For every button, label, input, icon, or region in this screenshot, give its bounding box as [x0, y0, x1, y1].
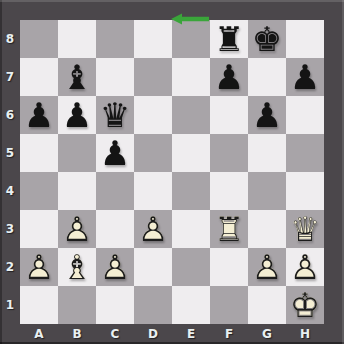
- black-queen-glyph: ♛: [96, 96, 134, 134]
- white-pawn-outline-glyph: ♙: [96, 248, 134, 286]
- square-d5[interactable]: [134, 134, 172, 172]
- piece-white-bishop[interactable]: ♝♗: [58, 248, 96, 286]
- white-king-outline-glyph: ♔: [286, 286, 324, 324]
- rank-label-4: 4: [0, 172, 20, 210]
- square-c4[interactable]: [96, 172, 134, 210]
- piece-white-pawn[interactable]: ♟♙: [20, 248, 58, 286]
- square-b6[interactable]: ♟: [58, 96, 96, 134]
- rank-label-1: 1: [0, 286, 20, 324]
- white-pawn-outline-glyph: ♙: [58, 210, 96, 248]
- square-d3[interactable]: ♟♙: [134, 210, 172, 248]
- square-b1[interactable]: [58, 286, 96, 324]
- square-d4[interactable]: [134, 172, 172, 210]
- white-pawn-outline-glyph: ♙: [248, 248, 286, 286]
- square-f6[interactable]: [210, 96, 248, 134]
- rank-label-8: 8: [0, 20, 20, 58]
- square-e8[interactable]: [172, 20, 210, 58]
- piece-black-rook[interactable]: ♜: [210, 20, 248, 58]
- square-g3[interactable]: [248, 210, 286, 248]
- piece-black-pawn[interactable]: ♟: [20, 96, 58, 134]
- black-pawn-glyph: ♟: [20, 96, 58, 134]
- black-pawn-glyph: ♟: [210, 58, 248, 96]
- square-h6[interactable]: [286, 96, 324, 134]
- white-rook-outline-glyph: ♖: [210, 210, 248, 248]
- square-b8[interactable]: [58, 20, 96, 58]
- black-rook-glyph: ♜: [210, 20, 248, 58]
- square-a7[interactable]: [20, 58, 58, 96]
- white-pawn-outline-glyph: ♙: [286, 248, 324, 286]
- file-label-f: F: [210, 324, 248, 344]
- piece-white-pawn[interactable]: ♟♙: [286, 248, 324, 286]
- square-g6[interactable]: ♟: [248, 96, 286, 134]
- piece-black-pawn[interactable]: ♟: [286, 58, 324, 96]
- piece-white-rook[interactable]: ♜♖: [210, 210, 248, 248]
- square-g5[interactable]: [248, 134, 286, 172]
- square-e4[interactable]: [172, 172, 210, 210]
- square-g4[interactable]: [248, 172, 286, 210]
- square-f2[interactable]: [210, 248, 248, 286]
- square-g2[interactable]: ♟♙: [248, 248, 286, 286]
- square-a1[interactable]: [20, 286, 58, 324]
- square-g7[interactable]: [248, 58, 286, 96]
- square-f4[interactable]: [210, 172, 248, 210]
- rank-label-6: 6: [0, 96, 20, 134]
- square-a4[interactable]: [20, 172, 58, 210]
- square-h4[interactable]: [286, 172, 324, 210]
- square-d2[interactable]: [134, 248, 172, 286]
- square-c6[interactable]: ♛: [96, 96, 134, 134]
- piece-white-pawn[interactable]: ♟♙: [96, 248, 134, 286]
- square-c5[interactable]: ♟: [96, 134, 134, 172]
- file-label-d: D: [134, 324, 172, 344]
- square-d8[interactable]: [134, 20, 172, 58]
- square-e2[interactable]: [172, 248, 210, 286]
- piece-black-pawn[interactable]: ♟: [248, 96, 286, 134]
- piece-white-pawn[interactable]: ♟♙: [134, 210, 172, 248]
- square-f5[interactable]: [210, 134, 248, 172]
- file-label-g: G: [248, 324, 286, 344]
- white-queen-outline-glyph: ♕: [286, 210, 324, 248]
- square-b2[interactable]: ♝♗: [58, 248, 96, 286]
- white-pawn-outline-glyph: ♙: [134, 210, 172, 248]
- square-b7[interactable]: ♝: [58, 58, 96, 96]
- white-bishop-outline-glyph: ♗: [58, 248, 96, 286]
- square-e1[interactable]: [172, 286, 210, 324]
- piece-white-pawn[interactable]: ♟♙: [58, 210, 96, 248]
- square-e7[interactable]: [172, 58, 210, 96]
- rank-label-5: 5: [0, 134, 20, 172]
- square-f1[interactable]: [210, 286, 248, 324]
- square-c2[interactable]: ♟♙: [96, 248, 134, 286]
- square-h2[interactable]: ♟♙: [286, 248, 324, 286]
- square-g1[interactable]: [248, 286, 286, 324]
- square-f3[interactable]: ♜♖: [210, 210, 248, 248]
- square-h1[interactable]: ♚♔: [286, 286, 324, 324]
- square-c1[interactable]: [96, 286, 134, 324]
- square-c7[interactable]: [96, 58, 134, 96]
- file-label-h: H: [286, 324, 324, 344]
- rank-label-7: 7: [0, 58, 20, 96]
- square-c3[interactable]: [96, 210, 134, 248]
- square-a2[interactable]: ♟♙: [20, 248, 58, 286]
- black-pawn-glyph: ♟: [248, 96, 286, 134]
- square-d7[interactable]: [134, 58, 172, 96]
- square-e6[interactable]: [172, 96, 210, 134]
- rank-label-3: 3: [0, 210, 20, 248]
- file-label-e: E: [172, 324, 210, 344]
- square-e5[interactable]: [172, 134, 210, 172]
- piece-black-pawn[interactable]: ♟: [96, 134, 134, 172]
- square-c8[interactable]: [96, 20, 134, 58]
- chess-board: ♜♚♝♟♟♟♟♛♟♟♟♙♟♙♜♖♛♕♟♙♝♗♟♙♟♙♟♙♚♔: [20, 20, 324, 324]
- square-h8[interactable]: [286, 20, 324, 58]
- square-f7[interactable]: ♟: [210, 58, 248, 96]
- piece-black-pawn[interactable]: ♟: [58, 96, 96, 134]
- square-h3[interactable]: ♛♕: [286, 210, 324, 248]
- file-labels: ABCDEFGH: [20, 324, 324, 344]
- black-pawn-glyph: ♟: [96, 134, 134, 172]
- file-label-c: C: [96, 324, 134, 344]
- piece-black-pawn[interactable]: ♟: [210, 58, 248, 96]
- square-b5[interactable]: [58, 134, 96, 172]
- black-king-glyph: ♚: [248, 20, 286, 58]
- black-pawn-glyph: ♟: [286, 58, 324, 96]
- square-h7[interactable]: ♟: [286, 58, 324, 96]
- piece-black-bishop[interactable]: ♝: [58, 58, 96, 96]
- chess-board-frame: 87654321 ABCDEFGH ♜♚♝♟♟♟♟♛♟♟♟♙♟♙♜♖♛♕♟♙♝♗…: [0, 0, 344, 344]
- square-a5[interactable]: [20, 134, 58, 172]
- white-pawn-outline-glyph: ♙: [20, 248, 58, 286]
- rank-labels: 87654321: [0, 20, 20, 324]
- piece-white-king[interactable]: ♚♔: [286, 286, 324, 324]
- square-b3[interactable]: ♟♙: [58, 210, 96, 248]
- square-a6[interactable]: ♟: [20, 96, 58, 134]
- square-f8[interactable]: ♜: [210, 20, 248, 58]
- file-label-a: A: [20, 324, 58, 344]
- rank-label-2: 2: [0, 248, 20, 286]
- square-a3[interactable]: [20, 210, 58, 248]
- square-d6[interactable]: [134, 96, 172, 134]
- black-pawn-glyph: ♟: [58, 96, 96, 134]
- file-label-b: B: [58, 324, 96, 344]
- square-e3[interactable]: [172, 210, 210, 248]
- piece-black-queen[interactable]: ♛: [96, 96, 134, 134]
- square-d1[interactable]: [134, 286, 172, 324]
- square-a8[interactable]: [20, 20, 58, 58]
- square-h5[interactable]: [286, 134, 324, 172]
- black-bishop-glyph: ♝: [58, 58, 96, 96]
- square-b4[interactable]: [58, 172, 96, 210]
- piece-white-pawn[interactable]: ♟♙: [248, 248, 286, 286]
- piece-black-king[interactable]: ♚: [248, 20, 286, 58]
- piece-white-queen[interactable]: ♛♕: [286, 210, 324, 248]
- square-g8[interactable]: ♚: [248, 20, 286, 58]
